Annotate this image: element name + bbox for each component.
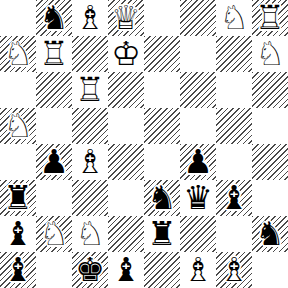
square-h2[interactable]: ♞♞ bbox=[252, 216, 288, 252]
square-h8[interactable]: ♜♖ bbox=[252, 0, 288, 36]
piece-glyph: ♘ bbox=[72, 216, 108, 252]
square-d5[interactable] bbox=[108, 108, 144, 144]
square-e5[interactable] bbox=[144, 108, 180, 144]
square-b4[interactable]: ♟♟ bbox=[36, 144, 72, 180]
square-d7[interactable]: ♚♔ bbox=[108, 36, 144, 72]
square-g6[interactable] bbox=[216, 72, 252, 108]
square-c1[interactable]: ♚♚ bbox=[72, 252, 108, 288]
square-c5[interactable] bbox=[72, 108, 108, 144]
square-g8[interactable]: ♞♘ bbox=[216, 0, 252, 36]
piece-white-rook: ♜♖ bbox=[72, 72, 108, 108]
piece-white-bishop: ♝♗ bbox=[180, 252, 216, 288]
piece-glyph: ♞ bbox=[252, 216, 288, 252]
square-b3[interactable] bbox=[36, 180, 72, 216]
square-f1[interactable]: ♝♗ bbox=[180, 252, 216, 288]
piece-glyph: ♞ bbox=[36, 0, 72, 36]
square-g5[interactable] bbox=[216, 108, 252, 144]
square-c3[interactable] bbox=[72, 180, 108, 216]
piece-glyph: ♘ bbox=[0, 36, 36, 72]
square-e6[interactable] bbox=[144, 72, 180, 108]
square-f7[interactable] bbox=[180, 36, 216, 72]
piece-black-bishop: ♝♝ bbox=[108, 252, 144, 288]
square-a3[interactable]: ♜♜ bbox=[0, 180, 36, 216]
piece-glyph: ♝ bbox=[216, 180, 252, 216]
square-a5[interactable]: ♞♘ bbox=[0, 108, 36, 144]
piece-white-bishop: ♝♗ bbox=[72, 0, 108, 36]
piece-glyph: ♘ bbox=[36, 216, 72, 252]
piece-black-pawn: ♟♟ bbox=[36, 144, 72, 180]
piece-glyph: ♝ bbox=[0, 216, 36, 252]
square-b1[interactable] bbox=[36, 252, 72, 288]
square-b7[interactable]: ♜♖ bbox=[36, 36, 72, 72]
piece-white-knight: ♞♘ bbox=[252, 36, 288, 72]
square-a8[interactable] bbox=[0, 0, 36, 36]
piece-white-queen: ♛♕ bbox=[108, 0, 144, 36]
piece-glyph: ♝ bbox=[0, 252, 36, 288]
piece-glyph: ♕ bbox=[108, 0, 144, 36]
square-c6[interactable]: ♜♖ bbox=[72, 72, 108, 108]
piece-white-king: ♚♔ bbox=[108, 36, 144, 72]
square-g7[interactable] bbox=[216, 36, 252, 72]
piece-black-bishop: ♝♝ bbox=[0, 252, 36, 288]
piece-black-rook: ♜♜ bbox=[144, 216, 180, 252]
piece-white-bishop: ♝♗ bbox=[72, 144, 108, 180]
square-d8[interactable]: ♛♕ bbox=[108, 0, 144, 36]
piece-glyph: ♗ bbox=[180, 252, 216, 288]
piece-glyph: ♝ bbox=[108, 252, 144, 288]
square-d1[interactable]: ♝♝ bbox=[108, 252, 144, 288]
square-d2[interactable] bbox=[108, 216, 144, 252]
piece-glyph: ♗ bbox=[216, 252, 252, 288]
square-f3[interactable]: ♛♛ bbox=[180, 180, 216, 216]
square-d6[interactable] bbox=[108, 72, 144, 108]
square-a1[interactable]: ♝♝ bbox=[0, 252, 36, 288]
piece-glyph: ♞ bbox=[144, 180, 180, 216]
square-a6[interactable] bbox=[0, 72, 36, 108]
piece-black-queen: ♛♛ bbox=[180, 180, 216, 216]
piece-glyph: ♘ bbox=[0, 108, 36, 144]
chess-board: ♞♞♝♗♛♕♞♘♜♖♞♘♜♖♚♔♞♘♜♖♞♘♟♟♝♗♟♟♜♜♞♞♛♛♝♝♝♝♞♘… bbox=[0, 0, 288, 288]
piece-glyph: ♖ bbox=[252, 0, 288, 36]
square-e8[interactable] bbox=[144, 0, 180, 36]
square-d4[interactable] bbox=[108, 144, 144, 180]
piece-white-knight: ♞♘ bbox=[216, 0, 252, 36]
piece-black-bishop: ♝♝ bbox=[0, 216, 36, 252]
piece-white-rook: ♜♖ bbox=[252, 0, 288, 36]
piece-glyph: ♟ bbox=[36, 144, 72, 180]
piece-white-bishop: ♝♗ bbox=[216, 252, 252, 288]
piece-glyph: ♗ bbox=[72, 0, 108, 36]
square-h5[interactable] bbox=[252, 108, 288, 144]
square-e7[interactable] bbox=[144, 36, 180, 72]
square-f4[interactable]: ♟♟ bbox=[180, 144, 216, 180]
piece-white-knight: ♞♘ bbox=[72, 216, 108, 252]
square-e3[interactable]: ♞♞ bbox=[144, 180, 180, 216]
square-e2[interactable]: ♜♜ bbox=[144, 216, 180, 252]
piece-black-pawn: ♟♟ bbox=[180, 144, 216, 180]
square-g2[interactable] bbox=[216, 216, 252, 252]
piece-glyph: ♘ bbox=[252, 36, 288, 72]
square-c7[interactable] bbox=[72, 36, 108, 72]
piece-glyph: ♜ bbox=[144, 216, 180, 252]
piece-white-rook: ♜♖ bbox=[36, 36, 72, 72]
piece-black-king: ♚♚ bbox=[72, 252, 108, 288]
piece-white-knight: ♞♘ bbox=[0, 36, 36, 72]
square-d3[interactable] bbox=[108, 180, 144, 216]
square-b2[interactable]: ♞♘ bbox=[36, 216, 72, 252]
piece-black-knight: ♞♞ bbox=[144, 180, 180, 216]
square-h4[interactable] bbox=[252, 144, 288, 180]
square-b8[interactable]: ♞♞ bbox=[36, 0, 72, 36]
square-f2[interactable] bbox=[180, 216, 216, 252]
square-h7[interactable]: ♞♘ bbox=[252, 36, 288, 72]
piece-glyph: ♟ bbox=[180, 144, 216, 180]
square-a4[interactable] bbox=[0, 144, 36, 180]
square-c4[interactable]: ♝♗ bbox=[72, 144, 108, 180]
square-c8[interactable]: ♝♗ bbox=[72, 0, 108, 36]
piece-glyph: ♜ bbox=[0, 180, 36, 216]
square-g4[interactable] bbox=[216, 144, 252, 180]
square-g3[interactable]: ♝♝ bbox=[216, 180, 252, 216]
square-b5[interactable] bbox=[36, 108, 72, 144]
piece-glyph: ♚ bbox=[72, 252, 108, 288]
square-f5[interactable] bbox=[180, 108, 216, 144]
piece-black-knight: ♞♞ bbox=[36, 0, 72, 36]
square-e1[interactable] bbox=[144, 252, 180, 288]
square-b6[interactable] bbox=[36, 72, 72, 108]
piece-white-knight: ♞♘ bbox=[36, 216, 72, 252]
square-g1[interactable]: ♝♗ bbox=[216, 252, 252, 288]
piece-glyph: ♗ bbox=[72, 144, 108, 180]
square-h1[interactable] bbox=[252, 252, 288, 288]
square-a7[interactable]: ♞♘ bbox=[0, 36, 36, 72]
piece-glyph: ♘ bbox=[216, 0, 252, 36]
square-h3[interactable] bbox=[252, 180, 288, 216]
square-f8[interactable] bbox=[180, 0, 216, 36]
piece-black-bishop: ♝♝ bbox=[216, 180, 252, 216]
square-a2[interactable]: ♝♝ bbox=[0, 216, 36, 252]
piece-black-knight: ♞♞ bbox=[252, 216, 288, 252]
square-h6[interactable] bbox=[252, 72, 288, 108]
piece-glyph: ♖ bbox=[72, 72, 108, 108]
piece-glyph: ♔ bbox=[108, 36, 144, 72]
piece-glyph: ♖ bbox=[36, 36, 72, 72]
square-f6[interactable] bbox=[180, 72, 216, 108]
piece-glyph: ♛ bbox=[180, 180, 216, 216]
piece-black-rook: ♜♜ bbox=[0, 180, 36, 216]
square-c2[interactable]: ♞♘ bbox=[72, 216, 108, 252]
square-e4[interactable] bbox=[144, 144, 180, 180]
piece-white-knight: ♞♘ bbox=[0, 108, 36, 144]
